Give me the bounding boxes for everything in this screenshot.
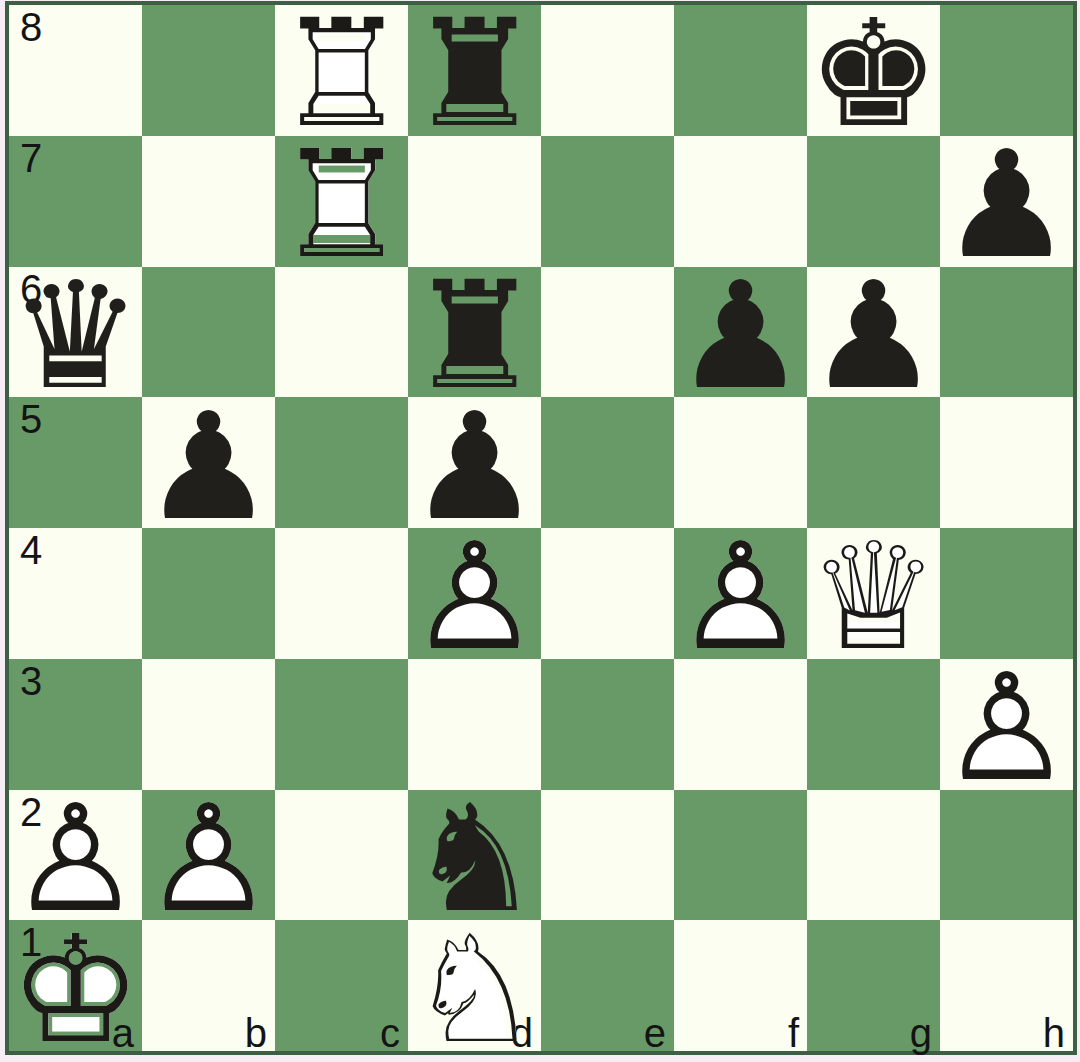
white-king-outline: ♔ <box>9 916 142 1062</box>
square-c4[interactable] <box>275 528 408 659</box>
file-label-g: g <box>910 1012 932 1054</box>
white-knight[interactable]: ♞♘ <box>408 916 541 1062</box>
black-king[interactable]: ♚ <box>807 0 940 148</box>
white-pawn-outline: ♙ <box>674 523 807 671</box>
white-pawn-outline: ♙ <box>940 654 1073 802</box>
square-b5[interactable]: ♟ <box>142 397 275 528</box>
chess-board-frame: 8♜♖♜♚7♜♖♟6♛♜♟♟5♟♟4♟♙♟♙♛♕3♟♙2♟♙♟♙♞1a♚♔bcd… <box>5 1 1077 1055</box>
black-pawn[interactable]: ♟ <box>807 262 940 410</box>
white-pawn[interactable]: ♟♙ <box>940 654 1073 802</box>
rank-label-3: 3 <box>20 660 42 702</box>
square-e5[interactable] <box>541 397 674 528</box>
square-f8[interactable] <box>674 5 807 136</box>
rank-label-8: 8 <box>20 6 42 48</box>
rank-label-4: 4 <box>20 529 42 571</box>
square-e1[interactable]: e <box>541 920 674 1051</box>
square-c7[interactable]: ♜♖ <box>275 136 408 267</box>
square-h5[interactable] <box>940 397 1073 528</box>
white-rook[interactable]: ♜♖ <box>275 131 408 279</box>
square-b6[interactable] <box>142 267 275 398</box>
square-c5[interactable] <box>275 397 408 528</box>
square-e6[interactable] <box>541 267 674 398</box>
file-label-f: f <box>788 1012 799 1054</box>
black-pawn[interactable]: ♟ <box>142 393 275 541</box>
square-h4[interactable] <box>940 528 1073 659</box>
white-pawn-outline: ♙ <box>408 523 541 671</box>
white-knight-outline: ♘ <box>408 916 541 1062</box>
white-queen[interactable]: ♛♕ <box>807 523 940 671</box>
square-d8[interactable]: ♜ <box>408 5 541 136</box>
black-pawn-glyph: ♟ <box>674 262 807 410</box>
square-g6[interactable]: ♟ <box>807 267 940 398</box>
square-g2[interactable] <box>807 790 940 921</box>
square-a8[interactable]: 8 <box>9 5 142 136</box>
square-f6[interactable]: ♟ <box>674 267 807 398</box>
square-b7[interactable] <box>142 136 275 267</box>
square-e3[interactable] <box>541 659 674 790</box>
black-rook[interactable]: ♜ <box>408 0 541 148</box>
black-king-glyph: ♚ <box>807 0 940 148</box>
chess-board: 8♜♖♜♚7♜♖♟6♛♜♟♟5♟♟4♟♙♟♙♛♕3♟♙2♟♙♟♙♞1a♚♔bcd… <box>9 5 1073 1051</box>
black-pawn[interactable]: ♟ <box>674 262 807 410</box>
black-pawn-glyph: ♟ <box>940 131 1073 279</box>
black-queen[interactable]: ♛ <box>9 262 142 410</box>
square-f1[interactable]: f <box>674 920 807 1051</box>
square-h8[interactable] <box>940 5 1073 136</box>
white-pawn[interactable]: ♟♙ <box>142 785 275 933</box>
square-a7[interactable]: 7 <box>9 136 142 267</box>
square-a3[interactable]: 3 <box>9 659 142 790</box>
square-c2[interactable] <box>275 790 408 921</box>
square-b2[interactable]: ♟♙ <box>142 790 275 921</box>
square-e8[interactable] <box>541 5 674 136</box>
square-e4[interactable] <box>541 528 674 659</box>
square-g4[interactable]: ♛♕ <box>807 528 940 659</box>
square-d4[interactable]: ♟♙ <box>408 528 541 659</box>
page-background: 8♜♖♜♚7♜♖♟6♛♜♟♟5♟♟4♟♙♟♙♛♕3♟♙2♟♙♟♙♞1a♚♔bcd… <box>0 0 1080 1062</box>
file-label-b: b <box>245 1012 267 1054</box>
square-a1[interactable]: 1a♚♔ <box>9 920 142 1051</box>
square-c1[interactable]: c <box>275 920 408 1051</box>
square-h3[interactable]: ♟♙ <box>940 659 1073 790</box>
white-king[interactable]: ♚♔ <box>9 916 142 1062</box>
black-queen-glyph: ♛ <box>9 262 142 410</box>
white-queen-outline: ♕ <box>807 523 940 671</box>
square-e2[interactable] <box>541 790 674 921</box>
square-d6[interactable]: ♜ <box>408 267 541 398</box>
white-pawn[interactable]: ♟♙ <box>408 523 541 671</box>
square-f2[interactable] <box>674 790 807 921</box>
square-c3[interactable] <box>275 659 408 790</box>
black-pawn[interactable]: ♟ <box>940 131 1073 279</box>
file-label-c: c <box>380 1012 400 1054</box>
black-rook-glyph: ♜ <box>408 0 541 148</box>
white-rook-outline: ♖ <box>275 131 408 279</box>
square-d1[interactable]: d♞♘ <box>408 920 541 1051</box>
square-a2[interactable]: 2♟♙ <box>9 790 142 921</box>
black-pawn-glyph: ♟ <box>807 262 940 410</box>
square-g1[interactable]: g <box>807 920 940 1051</box>
white-pawn-outline: ♙ <box>142 785 275 933</box>
square-f7[interactable] <box>674 136 807 267</box>
square-h1[interactable]: h <box>940 920 1073 1051</box>
square-e7[interactable] <box>541 136 674 267</box>
file-label-e: e <box>644 1012 666 1054</box>
square-d2[interactable]: ♞ <box>408 790 541 921</box>
square-c8[interactable]: ♜♖ <box>275 5 408 136</box>
square-d5[interactable]: ♟ <box>408 397 541 528</box>
square-f4[interactable]: ♟♙ <box>674 528 807 659</box>
square-g8[interactable]: ♚ <box>807 5 940 136</box>
white-pawn[interactable]: ♟♙ <box>674 523 807 671</box>
rank-label-7: 7 <box>20 137 42 179</box>
black-pawn-glyph: ♟ <box>142 393 275 541</box>
square-b3[interactable] <box>142 659 275 790</box>
square-a4[interactable]: 4 <box>9 528 142 659</box>
square-a6[interactable]: 6♛ <box>9 267 142 398</box>
square-b8[interactable] <box>142 5 275 136</box>
square-h7[interactable]: ♟ <box>940 136 1073 267</box>
file-label-h: h <box>1043 1012 1065 1054</box>
